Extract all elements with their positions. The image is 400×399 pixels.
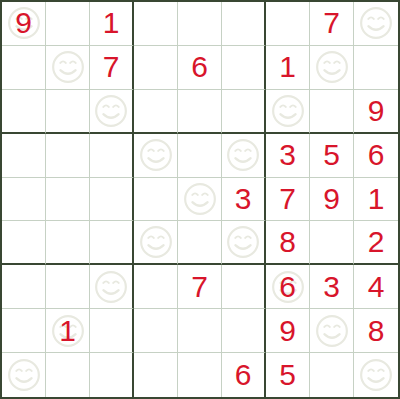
sudoku-cell-r2c9[interactable] — [354, 46, 398, 90]
sudoku-cell-r8c7[interactable]: 9 — [266, 309, 310, 353]
given-digit: 1 — [59, 316, 76, 346]
sudoku-cell-r6c4[interactable] — [134, 221, 178, 265]
given-digit: 9 — [15, 8, 32, 38]
given-digit: 9 — [368, 96, 385, 126]
smiley-watermark-icon — [6, 357, 42, 393]
sudoku-cell-r3c3[interactable] — [90, 90, 134, 134]
sudoku-cell-r9c6[interactable]: 6 — [222, 353, 266, 397]
sudoku-cell-r6c2[interactable] — [46, 221, 90, 265]
sudoku-cell-r4c8[interactable]: 5 — [310, 134, 354, 178]
given-digit: 5 — [279, 360, 296, 390]
sudoku-cell-r1c9[interactable] — [354, 2, 398, 46]
sudoku-cell-r4c6[interactable] — [222, 134, 266, 178]
sudoku-cell-r4c2[interactable] — [46, 134, 90, 178]
smiley-watermark-icon — [182, 181, 218, 217]
sudoku-cell-r7c2[interactable] — [46, 265, 90, 309]
sudoku-cell-r5c6[interactable]: 3 — [222, 178, 266, 222]
sudoku-cell-r6c9[interactable]: 2 — [354, 221, 398, 265]
sudoku-cell-r2c1[interactable] — [2, 46, 46, 90]
sudoku-cell-r8c1[interactable] — [2, 309, 46, 353]
sudoku-cell-r6c8[interactable] — [310, 221, 354, 265]
sudoku-cell-r8c2[interactable]: 1 — [46, 309, 90, 353]
given-digit: 7 — [279, 184, 296, 214]
given-digit: 9 — [323, 184, 340, 214]
sudoku-cell-r2c6[interactable] — [222, 46, 266, 90]
smiley-watermark-icon — [314, 313, 350, 349]
given-digit: 6 — [235, 360, 252, 390]
sudoku-cell-r3c9[interactable]: 9 — [354, 90, 398, 134]
smiley-watermark-icon — [93, 93, 129, 129]
sudoku-cell-r7c6[interactable] — [222, 265, 266, 309]
smiley-watermark-icon — [270, 93, 306, 129]
smiley-watermark-icon — [138, 224, 174, 260]
sudoku-cell-r8c3[interactable] — [90, 309, 134, 353]
smiley-watermark-icon — [358, 5, 394, 41]
sudoku-cell-r4c1[interactable] — [2, 134, 46, 178]
sudoku-cell-r4c5[interactable] — [178, 134, 222, 178]
given-digit: 3 — [323, 272, 340, 302]
sudoku-cell-r5c5[interactable] — [178, 178, 222, 222]
sudoku-cell-r6c5[interactable] — [178, 221, 222, 265]
given-digit: 6 — [279, 272, 296, 302]
given-digit: 1 — [103, 8, 120, 38]
sudoku-cell-r5c4[interactable] — [134, 178, 178, 222]
sudoku-cell-r1c5[interactable] — [178, 2, 222, 46]
sudoku-cell-r9c3[interactable] — [90, 353, 134, 397]
sudoku-board: 9177619356379182763419865 — [0, 0, 400, 399]
given-digit: 4 — [368, 272, 385, 302]
sudoku-cell-r1c1[interactable]: 9 — [2, 2, 46, 46]
sudoku-cell-r8c5[interactable] — [178, 309, 222, 353]
sudoku-cell-r7c5[interactable]: 7 — [178, 265, 222, 309]
sudoku-cell-r3c7[interactable] — [266, 90, 310, 134]
sudoku-cell-r6c7[interactable]: 8 — [266, 221, 310, 265]
sudoku-cell-r9c2[interactable] — [46, 353, 90, 397]
sudoku-cell-r9c1[interactable] — [2, 353, 46, 397]
sudoku-cell-r4c4[interactable] — [134, 134, 178, 178]
sudoku-cell-r8c4[interactable] — [134, 309, 178, 353]
sudoku-cell-r7c8[interactable]: 3 — [310, 265, 354, 309]
sudoku-cell-r1c6[interactable] — [222, 2, 266, 46]
sudoku-cell-r1c4[interactable] — [134, 2, 178, 46]
given-digit: 3 — [279, 140, 296, 170]
sudoku-cell-r1c3[interactable]: 1 — [90, 2, 134, 46]
sudoku-cell-r9c5[interactable] — [178, 353, 222, 397]
sudoku-cell-r4c3[interactable] — [90, 134, 134, 178]
sudoku-cell-r5c1[interactable] — [2, 178, 46, 222]
given-digit: 7 — [323, 8, 340, 38]
sudoku-cell-r9c7[interactable]: 5 — [266, 353, 310, 397]
sudoku-cell-r3c2[interactable] — [46, 90, 90, 134]
given-digit: 9 — [279, 316, 296, 346]
given-digit: 1 — [368, 184, 385, 214]
sudoku-cell-r8c9[interactable]: 8 — [354, 309, 398, 353]
sudoku-cell-r6c1[interactable] — [2, 221, 46, 265]
given-digit: 5 — [323, 140, 340, 170]
sudoku-cell-r2c3[interactable]: 7 — [90, 46, 134, 90]
sudoku-cell-r2c7[interactable]: 1 — [266, 46, 310, 90]
given-digit: 8 — [368, 316, 385, 346]
sudoku-cell-r3c1[interactable] — [2, 90, 46, 134]
smiley-watermark-icon — [314, 49, 350, 85]
sudoku-cell-r9c4[interactable] — [134, 353, 178, 397]
sudoku-cell-r8c6[interactable] — [222, 309, 266, 353]
sudoku-cell-r5c3[interactable] — [90, 178, 134, 222]
given-digit: 3 — [235, 184, 252, 214]
sudoku-cell-r2c2[interactable] — [46, 46, 90, 90]
sudoku-cell-r7c7[interactable]: 6 — [266, 265, 310, 309]
sudoku-cell-r1c7[interactable] — [266, 2, 310, 46]
sudoku-cell-r5c9[interactable]: 1 — [354, 178, 398, 222]
smiley-watermark-icon — [93, 269, 129, 305]
sudoku-cell-r4c9[interactable]: 6 — [354, 134, 398, 178]
sudoku-cell-r2c5[interactable]: 6 — [178, 46, 222, 90]
sudoku-cell-r7c3[interactable] — [90, 265, 134, 309]
sudoku-cell-r2c8[interactable] — [310, 46, 354, 90]
smiley-watermark-icon — [225, 137, 261, 173]
sudoku-cell-r9c9[interactable] — [354, 353, 398, 397]
sudoku-cell-r5c8[interactable]: 9 — [310, 178, 354, 222]
given-digit: 1 — [279, 52, 296, 82]
sudoku-cell-r4c7[interactable]: 3 — [266, 134, 310, 178]
sudoku-cell-r3c6[interactable] — [222, 90, 266, 134]
smiley-watermark-icon — [138, 137, 174, 173]
sudoku-cell-r2c4[interactable] — [134, 46, 178, 90]
sudoku-cell-r3c8[interactable] — [310, 90, 354, 134]
given-digit: 7 — [191, 272, 208, 302]
sudoku-cell-r7c9[interactable]: 4 — [354, 265, 398, 309]
given-digit: 6 — [191, 52, 208, 82]
given-digit: 2 — [368, 227, 385, 257]
sudoku-cell-r1c2[interactable] — [46, 2, 90, 46]
sudoku-cell-r5c2[interactable] — [46, 178, 90, 222]
sudoku-cell-r3c4[interactable] — [134, 90, 178, 134]
sudoku-cell-r1c8[interactable]: 7 — [310, 2, 354, 46]
sudoku-cell-r5c7[interactable]: 7 — [266, 178, 310, 222]
sudoku-cell-r9c8[interactable] — [310, 353, 354, 397]
smiley-watermark-icon — [50, 49, 86, 85]
given-digit: 8 — [279, 227, 296, 257]
smiley-watermark-icon — [225, 224, 261, 260]
given-digit: 7 — [103, 52, 120, 82]
sudoku-cell-r7c1[interactable] — [2, 265, 46, 309]
sudoku-cell-r3c5[interactable] — [178, 90, 222, 134]
sudoku-cell-r6c6[interactable] — [222, 221, 266, 265]
sudoku-cell-r8c8[interactable] — [310, 309, 354, 353]
smiley-watermark-icon — [358, 357, 394, 393]
sudoku-cell-r6c3[interactable] — [90, 221, 134, 265]
sudoku-cell-r7c4[interactable] — [134, 265, 178, 309]
given-digit: 6 — [368, 140, 385, 170]
